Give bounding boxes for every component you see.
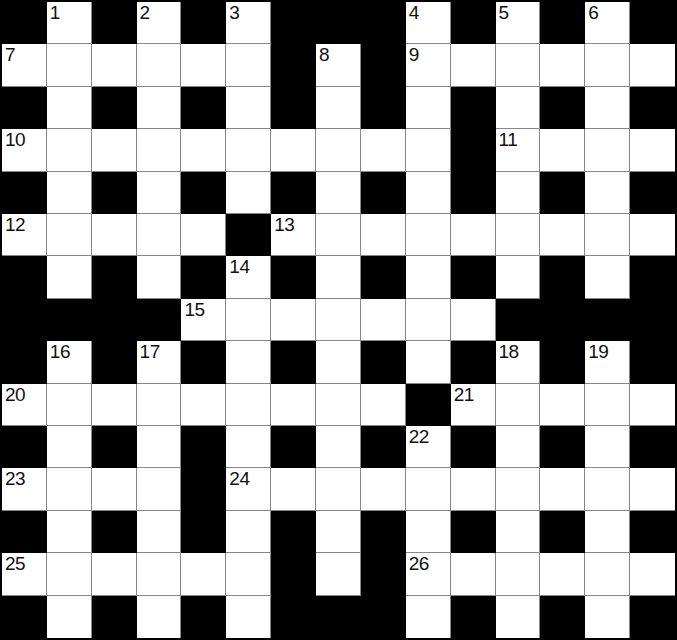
cell-r12c1[interactable]	[47, 511, 92, 553]
clue-number: 15	[184, 300, 204, 320]
block-cell-r9c9	[406, 384, 451, 426]
block-cell-r4c6	[271, 172, 316, 214]
block-cell-r14c7	[316, 596, 361, 638]
block-cell-r2c0	[2, 87, 47, 129]
cell-r11c6[interactable]	[271, 468, 316, 510]
cell-r6c13[interactable]	[585, 256, 630, 298]
cell-r9c14[interactable]	[630, 384, 675, 426]
cell-r9c6[interactable]	[271, 384, 316, 426]
block-cell-r4c0	[2, 172, 47, 214]
cell-r3c1[interactable]	[47, 129, 92, 171]
cell-r13c4[interactable]	[181, 553, 226, 595]
cell-r9c3[interactable]	[137, 384, 182, 426]
block-cell-r13c8	[361, 553, 406, 595]
cell-r8c11[interactable]: 18	[496, 341, 541, 383]
cell-r0c3[interactable]: 2	[137, 2, 182, 44]
cell-r2c7[interactable]	[316, 87, 361, 129]
cell-r5c12[interactable]	[540, 214, 585, 256]
cell-r8c5[interactable]	[226, 341, 271, 383]
clue-number: 16	[50, 342, 70, 362]
clue-number: 14	[229, 257, 249, 277]
cell-r10c5[interactable]	[226, 426, 271, 468]
block-cell-r2c6	[271, 87, 316, 129]
block-cell-r8c12	[540, 341, 585, 383]
cell-r3c5[interactable]	[226, 129, 271, 171]
cell-r11c0[interactable]: 23	[2, 468, 47, 510]
cell-r5c10[interactable]	[451, 214, 496, 256]
block-cell-r8c8	[361, 341, 406, 383]
block-cell-r0c8	[361, 2, 406, 44]
cell-r2c3[interactable]	[137, 87, 182, 129]
clue-number: 7	[5, 45, 15, 65]
block-cell-r10c4	[181, 426, 226, 468]
block-cell-r8c6	[271, 341, 316, 383]
clue-number: 2	[140, 3, 150, 23]
block-cell-r0c6	[271, 2, 316, 44]
block-cell-r10c8	[361, 426, 406, 468]
clue-number: 10	[5, 130, 25, 150]
cell-r5c1[interactable]	[47, 214, 92, 256]
cell-r4c7[interactable]	[316, 172, 361, 214]
cell-r0c11[interactable]: 5	[496, 2, 541, 44]
block-cell-r5c5	[226, 214, 271, 256]
cell-r4c1[interactable]	[47, 172, 92, 214]
clue-number: 23	[5, 469, 25, 489]
cell-r9c13[interactable]	[585, 384, 630, 426]
cell-r14c5[interactable]	[226, 596, 271, 638]
cell-r14c1[interactable]	[47, 596, 92, 638]
cell-r13c0[interactable]: 25	[2, 553, 47, 595]
cell-r5c4[interactable]	[181, 214, 226, 256]
cell-r3c11[interactable]: 11	[496, 129, 541, 171]
cell-r10c9[interactable]: 22	[406, 426, 451, 468]
clue-number: 26	[409, 554, 429, 574]
block-cell-r10c2	[92, 426, 137, 468]
cell-r11c2[interactable]	[92, 468, 137, 510]
block-cell-r2c14	[630, 87, 675, 129]
cell-r9c5[interactable]	[226, 384, 271, 426]
block-cell-r12c6	[271, 511, 316, 553]
cell-r5c7[interactable]	[316, 214, 361, 256]
cell-r8c1[interactable]: 16	[47, 341, 92, 383]
cell-r12c5[interactable]	[226, 511, 271, 553]
cell-r9c8[interactable]	[361, 384, 406, 426]
clue-number: 24	[229, 469, 249, 489]
block-cell-r14c10	[451, 596, 496, 638]
cell-r3c6[interactable]	[271, 129, 316, 171]
block-cell-r4c4	[181, 172, 226, 214]
cell-r5c9[interactable]	[406, 214, 451, 256]
cell-r1c7[interactable]: 8	[316, 44, 361, 86]
cell-r3c12[interactable]	[540, 129, 585, 171]
cell-r13c3[interactable]	[137, 553, 182, 595]
cell-r13c13[interactable]	[585, 553, 630, 595]
cell-r2c5[interactable]	[226, 87, 271, 129]
cell-r8c9[interactable]	[406, 341, 451, 383]
cell-r11c9[interactable]	[406, 468, 451, 510]
cell-r0c5[interactable]: 3	[226, 2, 271, 44]
block-cell-r7c0	[2, 299, 47, 341]
block-cell-r10c10	[451, 426, 496, 468]
cell-r14c3[interactable]	[137, 596, 182, 638]
block-cell-r6c0	[2, 256, 47, 298]
cell-r12c13[interactable]	[585, 511, 630, 553]
block-cell-r12c0	[2, 511, 47, 553]
cell-r3c14[interactable]	[630, 129, 675, 171]
block-cell-r6c12	[540, 256, 585, 298]
cell-r10c13[interactable]	[585, 426, 630, 468]
cell-r7c5[interactable]	[226, 299, 271, 341]
cell-r1c3[interactable]	[137, 44, 182, 86]
cell-r11c5[interactable]: 24	[226, 468, 271, 510]
cell-r4c3[interactable]	[137, 172, 182, 214]
clue-number: 5	[499, 3, 509, 23]
block-cell-r14c12	[540, 596, 585, 638]
cell-r8c7[interactable]	[316, 341, 361, 383]
block-cell-r2c4	[181, 87, 226, 129]
cell-r1c14[interactable]	[630, 44, 675, 86]
cell-r2c13[interactable]	[585, 87, 630, 129]
cell-r7c8[interactable]	[361, 299, 406, 341]
block-cell-r4c10	[451, 172, 496, 214]
cell-r1c11[interactable]	[496, 44, 541, 86]
cell-r6c9[interactable]	[406, 256, 451, 298]
cell-r7c10[interactable]	[451, 299, 496, 341]
clue-number: 13	[274, 215, 294, 235]
clue-number: 1	[50, 3, 60, 23]
clue-number: 8	[319, 45, 329, 65]
cell-r3c7[interactable]	[316, 129, 361, 171]
block-cell-r10c6	[271, 426, 316, 468]
cell-r1c2[interactable]	[92, 44, 137, 86]
block-cell-r6c8	[361, 256, 406, 298]
block-cell-r14c2	[92, 596, 137, 638]
clue-number: 4	[409, 3, 419, 23]
cell-r10c3[interactable]	[137, 426, 182, 468]
cell-r11c1[interactable]	[47, 468, 92, 510]
cell-r5c3[interactable]	[137, 214, 182, 256]
cell-r12c11[interactable]	[496, 511, 541, 553]
block-cell-r8c10	[451, 341, 496, 383]
cell-r5c13[interactable]	[585, 214, 630, 256]
cell-r1c12[interactable]	[540, 44, 585, 86]
cell-r10c11[interactable]	[496, 426, 541, 468]
cell-r9c7[interactable]	[316, 384, 361, 426]
clue-number: 9	[409, 45, 419, 65]
cell-r7c7[interactable]	[316, 299, 361, 341]
cell-r9c0[interactable]: 20	[2, 384, 47, 426]
cell-r4c5[interactable]	[226, 172, 271, 214]
cell-r9c1[interactable]	[47, 384, 92, 426]
block-cell-r12c4	[181, 511, 226, 553]
cell-r9c10[interactable]: 21	[451, 384, 496, 426]
block-cell-r12c10	[451, 511, 496, 553]
cell-r5c11[interactable]	[496, 214, 541, 256]
clue-number: 19	[588, 342, 608, 362]
block-cell-r6c6	[271, 256, 316, 298]
block-cell-r4c8	[361, 172, 406, 214]
clue-number: 3	[229, 3, 239, 23]
cell-r1c10[interactable]	[451, 44, 496, 86]
cell-r3c3[interactable]	[137, 129, 182, 171]
cell-r6c7[interactable]	[316, 256, 361, 298]
cell-r11c12[interactable]	[540, 468, 585, 510]
cell-r6c5[interactable]: 14	[226, 256, 271, 298]
cell-r2c11[interactable]	[496, 87, 541, 129]
cell-r13c7[interactable]	[316, 553, 361, 595]
clue-number: 21	[454, 385, 474, 405]
cell-r3c13[interactable]	[585, 129, 630, 171]
cell-r11c10[interactable]	[451, 468, 496, 510]
block-cell-r7c12	[540, 299, 585, 341]
block-cell-r14c8	[361, 596, 406, 638]
cell-r12c7[interactable]	[316, 511, 361, 553]
block-cell-r2c2	[92, 87, 137, 129]
clue-number: 6	[588, 3, 598, 23]
cell-r11c3[interactable]	[137, 468, 182, 510]
cell-r10c7[interactable]	[316, 426, 361, 468]
block-cell-r0c0	[2, 2, 47, 44]
block-cell-r3c10	[451, 129, 496, 171]
cell-r2c9[interactable]	[406, 87, 451, 129]
block-cell-r7c14	[630, 299, 675, 341]
block-cell-r2c12	[540, 87, 585, 129]
block-cell-r7c3	[137, 299, 182, 341]
block-cell-r0c12	[540, 2, 585, 44]
block-cell-r11c4	[181, 468, 226, 510]
cell-r5c0[interactable]: 12	[2, 214, 47, 256]
clue-number: 17	[140, 342, 160, 362]
block-cell-r0c4	[181, 2, 226, 44]
cell-r3c8[interactable]	[361, 129, 406, 171]
block-cell-r7c2	[92, 299, 137, 341]
block-cell-r0c14	[630, 2, 675, 44]
cell-r1c1[interactable]	[47, 44, 92, 86]
cell-r3c4[interactable]	[181, 129, 226, 171]
cell-r3c9[interactable]	[406, 129, 451, 171]
cell-r11c14[interactable]	[630, 468, 675, 510]
block-cell-r7c1	[47, 299, 92, 341]
cell-r13c1[interactable]	[47, 553, 92, 595]
cell-r2c1[interactable]	[47, 87, 92, 129]
cell-r5c8[interactable]	[361, 214, 406, 256]
cell-r6c11[interactable]	[496, 256, 541, 298]
cell-r14c11[interactable]	[496, 596, 541, 638]
cell-r13c12[interactable]	[540, 553, 585, 595]
block-cell-r10c12	[540, 426, 585, 468]
cell-r10c1[interactable]	[47, 426, 92, 468]
cell-r4c11[interactable]	[496, 172, 541, 214]
cell-r4c13[interactable]	[585, 172, 630, 214]
block-cell-r7c13	[585, 299, 630, 341]
cell-r5c2[interactable]	[92, 214, 137, 256]
block-cell-r4c14	[630, 172, 675, 214]
cell-r5c14[interactable]	[630, 214, 675, 256]
block-cell-r7c11	[496, 299, 541, 341]
block-cell-r1c8	[361, 44, 406, 86]
block-cell-r14c0	[2, 596, 47, 638]
cell-r12c9[interactable]	[406, 511, 451, 553]
clue-number: 25	[5, 554, 25, 574]
cell-r7c4[interactable]: 15	[181, 299, 226, 341]
cell-r1c5[interactable]	[226, 44, 271, 86]
cell-r9c12[interactable]	[540, 384, 585, 426]
cell-r6c1[interactable]	[47, 256, 92, 298]
clue-number: 22	[409, 427, 429, 447]
cell-r12c3[interactable]	[137, 511, 182, 553]
block-cell-r6c14	[630, 256, 675, 298]
block-cell-r4c2	[92, 172, 137, 214]
block-cell-r12c2	[92, 511, 137, 553]
block-cell-r8c2	[92, 341, 137, 383]
cell-r13c11[interactable]	[496, 553, 541, 595]
cell-r14c13[interactable]	[585, 596, 630, 638]
block-cell-r14c4	[181, 596, 226, 638]
block-cell-r12c8	[361, 511, 406, 553]
block-cell-r6c10	[451, 256, 496, 298]
cell-r8c13[interactable]: 19	[585, 341, 630, 383]
clue-number: 12	[5, 215, 25, 235]
cell-r9c4[interactable]	[181, 384, 226, 426]
crossword-grid: 1234567891011121314151617181920212223242…	[0, 0, 677, 640]
cell-r0c1[interactable]: 1	[47, 2, 92, 44]
block-cell-r6c2	[92, 256, 137, 298]
block-cell-r0c2	[92, 2, 137, 44]
cell-r13c2[interactable]	[92, 553, 137, 595]
block-cell-r10c14	[630, 426, 675, 468]
cell-r11c13[interactable]	[585, 468, 630, 510]
cell-r5c6[interactable]: 13	[271, 214, 316, 256]
cell-r9c2[interactable]	[92, 384, 137, 426]
block-cell-r12c12	[540, 511, 585, 553]
block-cell-r13c6	[271, 553, 316, 595]
cell-r14c9[interactable]	[406, 596, 451, 638]
block-cell-r2c8	[361, 87, 406, 129]
block-cell-r8c0	[2, 341, 47, 383]
cell-r0c13[interactable]: 6	[585, 2, 630, 44]
cell-r6c3[interactable]	[137, 256, 182, 298]
cell-r4c9[interactable]	[406, 172, 451, 214]
cell-r1c0[interactable]: 7	[2, 44, 47, 86]
block-cell-r4c12	[540, 172, 585, 214]
cell-r8c3[interactable]: 17	[137, 341, 182, 383]
cell-r3c2[interactable]	[92, 129, 137, 171]
block-cell-r0c10	[451, 2, 496, 44]
cell-r3c0[interactable]: 10	[2, 129, 47, 171]
cell-r1c4[interactable]	[181, 44, 226, 86]
block-cell-r0c7	[316, 2, 361, 44]
clue-number: 20	[5, 385, 25, 405]
cell-r13c10[interactable]	[451, 553, 496, 595]
cell-r13c5[interactable]	[226, 553, 271, 595]
clue-number: 18	[499, 342, 519, 362]
block-cell-r14c14	[630, 596, 675, 638]
cell-r7c9[interactable]	[406, 299, 451, 341]
cell-r1c9[interactable]: 9	[406, 44, 451, 86]
cell-r13c9[interactable]: 26	[406, 553, 451, 595]
block-cell-r1c6	[271, 44, 316, 86]
block-cell-r2c10	[451, 87, 496, 129]
cell-r0c9[interactable]: 4	[406, 2, 451, 44]
block-cell-r8c4	[181, 341, 226, 383]
cell-r9c11[interactable]	[496, 384, 541, 426]
cell-r13c14[interactable]	[630, 553, 675, 595]
block-cell-r6c4	[181, 256, 226, 298]
block-cell-r8c14	[630, 341, 675, 383]
cell-r1c13[interactable]	[585, 44, 630, 86]
cell-r11c7[interactable]	[316, 468, 361, 510]
block-cell-r12c14	[630, 511, 675, 553]
cell-r11c8[interactable]	[361, 468, 406, 510]
clue-number: 11	[499, 130, 518, 150]
cell-r11c11[interactable]	[496, 468, 541, 510]
cell-r7c6[interactable]	[271, 299, 316, 341]
block-cell-r10c0	[2, 426, 47, 468]
block-cell-r14c6	[271, 596, 316, 638]
